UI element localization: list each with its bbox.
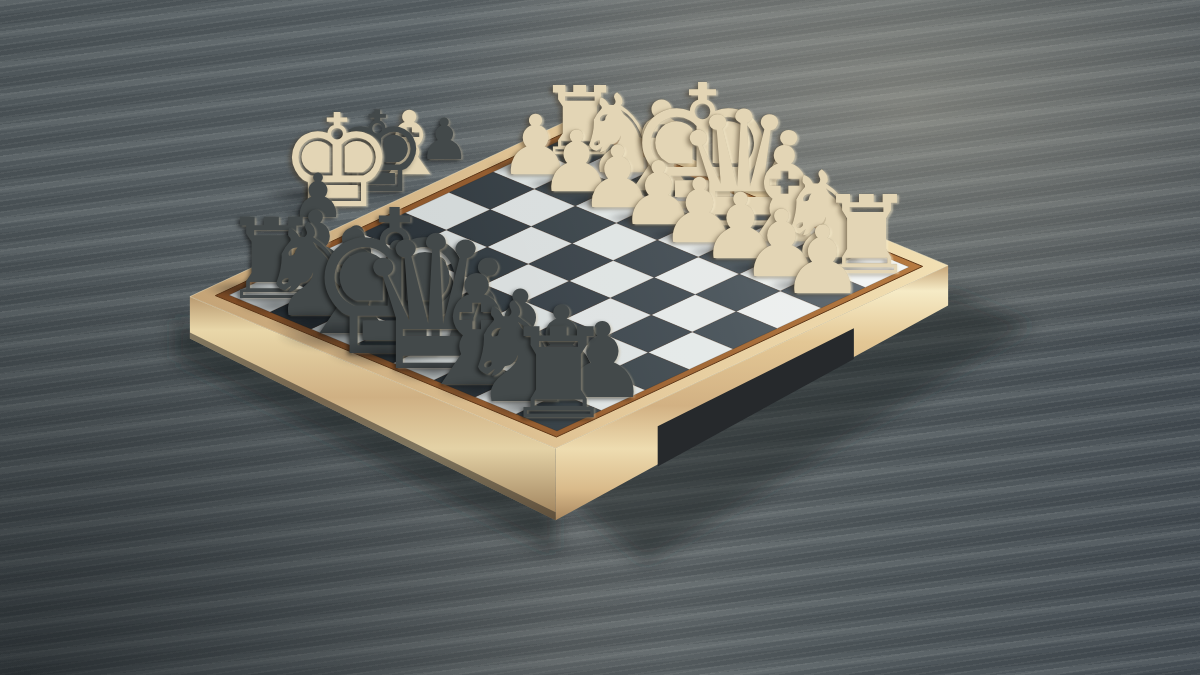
chess-board	[0, 0, 1200, 675]
chess-scene: ♜♞♝♛♚♝♞♜♟♟♟♟♟♟♟♟♟♟♟♟♟♟♟♟♜♞♝♛♚♝♞♜♟♚♚♝♟	[0, 0, 1200, 675]
